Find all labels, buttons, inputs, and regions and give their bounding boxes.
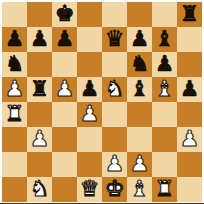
- piece-white-knight-e5: ♞: [105, 77, 125, 101]
- piece-black-pawn-h5: ♟: [180, 77, 200, 101]
- piece-white-pawn-b3: ♟: [30, 127, 50, 151]
- square-f4[interactable]: [127, 102, 152, 127]
- square-a2[interactable]: [2, 152, 27, 177]
- piece-white-rook-g1: ♜: [155, 177, 175, 201]
- square-h2[interactable]: [177, 152, 202, 177]
- square-c1[interactable]: [52, 177, 77, 202]
- piece-white-pawn-e2: ♟: [105, 152, 125, 176]
- square-g4[interactable]: [152, 102, 177, 127]
- square-e3[interactable]: [102, 127, 127, 152]
- square-h4[interactable]: [177, 102, 202, 127]
- piece-black-bishop-f5: ♝: [130, 77, 150, 101]
- square-a4[interactable]: ♜: [2, 102, 27, 127]
- square-c8[interactable]: ♚: [52, 2, 77, 27]
- square-d4[interactable]: ♟: [77, 102, 102, 127]
- square-c3[interactable]: [52, 127, 77, 152]
- piece-white-knight-b1: ♞: [30, 177, 50, 201]
- square-d1[interactable]: ♛: [77, 177, 102, 202]
- piece-white-pawn-h3: ♟: [180, 127, 200, 151]
- square-e6[interactable]: [102, 52, 127, 77]
- piece-white-pawn-d4: ♟: [80, 102, 100, 126]
- square-b6[interactable]: [27, 52, 52, 77]
- square-f1[interactable]: ♝: [127, 177, 152, 202]
- square-f6[interactable]: ♞: [127, 52, 152, 77]
- square-a1[interactable]: [2, 177, 27, 202]
- square-c6[interactable]: [52, 52, 77, 77]
- square-g6[interactable]: ♟: [152, 52, 177, 77]
- piece-black-pawn-d5: ♟: [80, 77, 100, 101]
- square-g7[interactable]: ♝: [152, 27, 177, 52]
- square-h5[interactable]: ♟: [177, 77, 202, 102]
- square-b2[interactable]: [27, 152, 52, 177]
- square-d3[interactable]: [77, 127, 102, 152]
- square-b1[interactable]: ♞: [27, 177, 52, 202]
- piece-black-queen-e7: ♛: [105, 27, 125, 51]
- square-c2[interactable]: [52, 152, 77, 177]
- square-a8[interactable]: [2, 2, 27, 27]
- square-c7[interactable]: ♟: [52, 27, 77, 52]
- piece-black-pawn-a7: ♟: [5, 27, 25, 51]
- piece-black-rook-b5: ♜: [30, 77, 50, 101]
- square-b4[interactable]: [27, 102, 52, 127]
- square-a3[interactable]: [2, 127, 27, 152]
- square-h7[interactable]: [177, 27, 202, 52]
- square-b3[interactable]: ♟: [27, 127, 52, 152]
- square-f5[interactable]: ♝: [127, 77, 152, 102]
- piece-white-pawn-f2: ♟: [130, 152, 150, 176]
- square-g3[interactable]: [152, 127, 177, 152]
- piece-black-pawn-b7: ♟: [30, 27, 50, 51]
- square-g1[interactable]: ♜: [152, 177, 177, 202]
- board-frame: ♚♜♟♟♟♛♟♝♞♞♟♟♜♟♟♞♝♝♟♜♟♟♟♟♟♞♛♚♝♜: [0, 0, 204, 204]
- square-e4[interactable]: [102, 102, 127, 127]
- square-a5[interactable]: ♟: [2, 77, 27, 102]
- square-g5[interactable]: ♝: [152, 77, 177, 102]
- square-d2[interactable]: [77, 152, 102, 177]
- square-b7[interactable]: ♟: [27, 27, 52, 52]
- square-h6[interactable]: [177, 52, 202, 77]
- piece-white-queen-d1: ♛: [80, 177, 100, 201]
- square-d5[interactable]: ♟: [77, 77, 102, 102]
- piece-black-knight-f6: ♞: [130, 52, 150, 76]
- square-h8[interactable]: ♜: [177, 2, 202, 27]
- piece-black-king-c8: ♚: [55, 2, 75, 26]
- piece-black-bishop-g7: ♝: [155, 27, 175, 51]
- square-a6[interactable]: ♞: [2, 52, 27, 77]
- piece-black-pawn-f7: ♟: [130, 27, 150, 51]
- piece-black-knight-a6: ♞: [5, 52, 25, 76]
- square-c4[interactable]: [52, 102, 77, 127]
- square-d7[interactable]: [77, 27, 102, 52]
- square-d8[interactable]: [77, 2, 102, 27]
- square-h1[interactable]: [177, 177, 202, 202]
- square-f8[interactable]: [127, 2, 152, 27]
- piece-white-bishop-f1: ♝: [130, 177, 150, 201]
- piece-white-king-e1: ♚: [105, 177, 125, 201]
- piece-white-bishop-g5: ♝: [155, 77, 175, 101]
- piece-black-rook-h8: ♜: [180, 2, 200, 26]
- square-b8[interactable]: [27, 2, 52, 27]
- square-f2[interactable]: ♟: [127, 152, 152, 177]
- square-f3[interactable]: [127, 127, 152, 152]
- piece-black-pawn-c7: ♟: [55, 27, 75, 51]
- square-g2[interactable]: [152, 152, 177, 177]
- piece-white-pawn-c5: ♟: [55, 77, 75, 101]
- square-e2[interactable]: ♟: [102, 152, 127, 177]
- chess-board: ♚♜♟♟♟♛♟♝♞♞♟♟♜♟♟♞♝♝♟♜♟♟♟♟♟♞♛♚♝♜: [2, 2, 202, 202]
- square-a7[interactable]: ♟: [2, 27, 27, 52]
- square-e1[interactable]: ♚: [102, 177, 127, 202]
- piece-white-rook-a4: ♜: [5, 102, 25, 126]
- piece-white-pawn-a5: ♟: [5, 77, 25, 101]
- square-d6[interactable]: [77, 52, 102, 77]
- square-h3[interactable]: ♟: [177, 127, 202, 152]
- square-e5[interactable]: ♞: [102, 77, 127, 102]
- square-e8[interactable]: [102, 2, 127, 27]
- square-c5[interactable]: ♟: [52, 77, 77, 102]
- square-e7[interactable]: ♛: [102, 27, 127, 52]
- square-f7[interactable]: ♟: [127, 27, 152, 52]
- square-b5[interactable]: ♜: [27, 77, 52, 102]
- square-g8[interactable]: [152, 2, 177, 27]
- piece-black-pawn-g6: ♟: [155, 52, 175, 76]
